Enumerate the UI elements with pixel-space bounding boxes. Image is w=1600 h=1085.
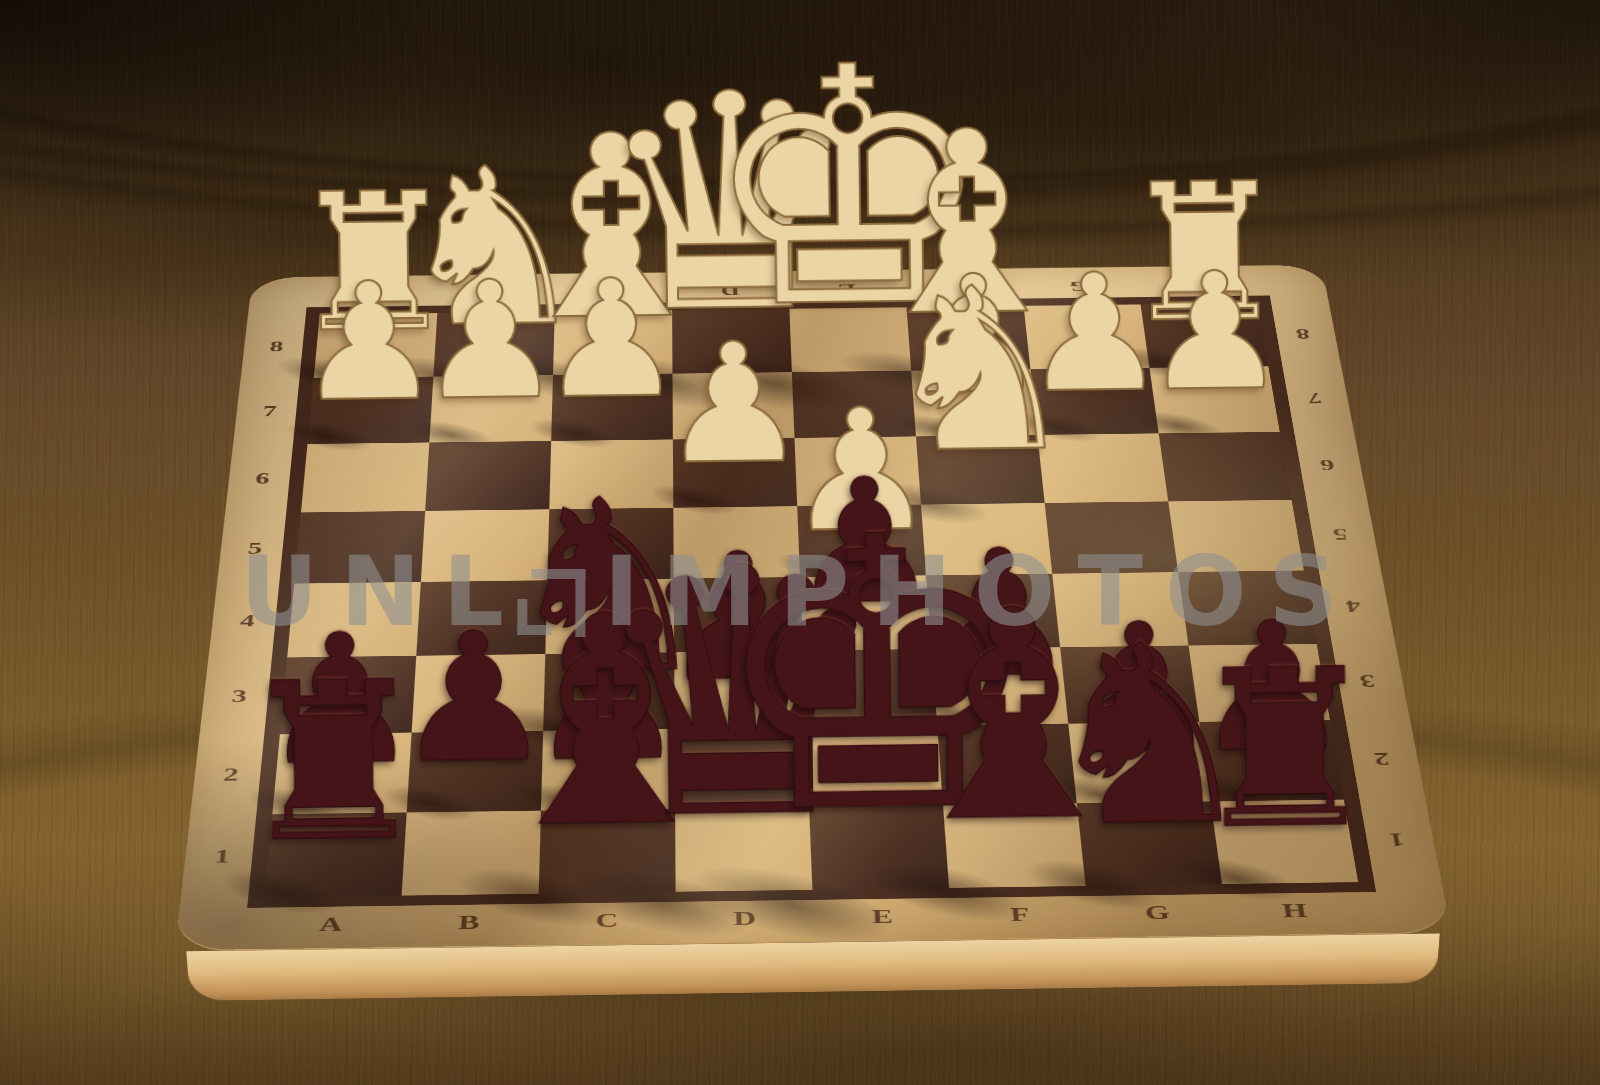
file-label-top-b: B (438, 281, 556, 305)
watermark-text-left: UNL (240, 536, 525, 648)
stock-photo-chess-scene: 8877665544332211AABBCCDDEEFFGGHH ♜♞♝♛♚♝♜… (0, 0, 1600, 1085)
file-label-top-f: F (904, 276, 1023, 300)
file-label-top-c: C (555, 280, 672, 304)
rank-label-left-8: 8 (253, 315, 300, 379)
dark-rook-glyph: ♜ (1187, 640, 1383, 859)
file-label-top-e: E (788, 277, 906, 301)
file-label-top-a: A (320, 283, 439, 307)
stock-watermark: UNLIMPHOTOS (240, 536, 1359, 648)
dark-rook-glyph: ♜ (235, 653, 432, 873)
file-label-top-g: G (1020, 274, 1139, 298)
watermark-text-right: IMPHOTOS (604, 536, 1360, 648)
rank-label-left-6: 6 (238, 444, 287, 513)
file-label-top-h: H (1136, 273, 1256, 297)
watermark-logo-icon (534, 569, 586, 631)
rank-label-left-7: 7 (245, 378, 293, 444)
file-label-top-d: D (672, 278, 789, 302)
